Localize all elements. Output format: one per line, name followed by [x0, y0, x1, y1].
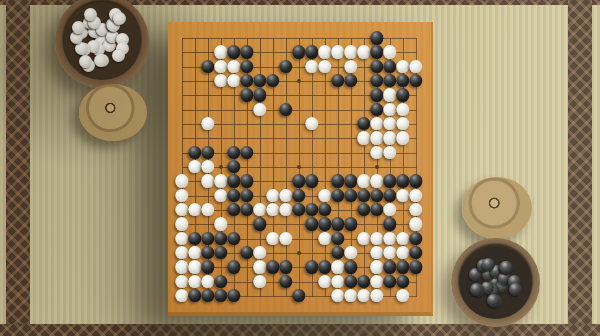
board-cell[interactable]	[344, 203, 357, 217]
board-cell[interactable]	[227, 31, 240, 45]
board-cell[interactable]	[305, 146, 318, 160]
board-cell[interactable]	[409, 246, 422, 260]
board-cell[interactable]	[201, 60, 214, 74]
board-cell[interactable]	[266, 289, 279, 303]
board-cell[interactable]	[305, 203, 318, 217]
board-cell[interactable]	[409, 74, 422, 88]
board-cell[interactable]	[331, 74, 344, 88]
board-cell[interactable]	[383, 188, 396, 202]
board-cell[interactable]	[175, 117, 188, 131]
board-cell[interactable]	[266, 188, 279, 202]
board-cell[interactable]	[175, 60, 188, 74]
board-cell[interactable]	[383, 45, 396, 59]
board-cell[interactable]	[188, 31, 201, 45]
board-cell[interactable]	[188, 45, 201, 59]
board-cell[interactable]	[201, 146, 214, 160]
board-cell[interactable]	[344, 289, 357, 303]
board-cell[interactable]	[279, 217, 292, 231]
board-cell[interactable]	[175, 131, 188, 145]
board-cell[interactable]	[318, 289, 331, 303]
board-cell[interactable]	[188, 60, 201, 74]
board-cell[interactable]	[188, 174, 201, 188]
board-cell[interactable]	[331, 231, 344, 245]
board-cell[interactable]	[253, 160, 266, 174]
board-cell[interactable]	[305, 31, 318, 45]
board-cell[interactable]	[305, 103, 318, 117]
board-cell[interactable]	[175, 31, 188, 45]
board-cell[interactable]	[214, 117, 227, 131]
board-cell[interactable]	[201, 103, 214, 117]
board-cell[interactable]	[227, 289, 240, 303]
board-cell[interactable]	[305, 231, 318, 245]
board-cell[interactable]	[175, 231, 188, 245]
board-cell[interactable]	[396, 160, 409, 174]
board-cell[interactable]	[188, 74, 201, 88]
board-cell[interactable]	[318, 203, 331, 217]
board-cell[interactable]	[175, 289, 188, 303]
board-cell[interactable]	[175, 188, 188, 202]
board-cell[interactable]	[175, 260, 188, 274]
board-cell[interactable]	[409, 274, 422, 288]
board-cell[interactable]	[305, 117, 318, 131]
board-cell[interactable]	[201, 260, 214, 274]
board-cell[interactable]	[279, 117, 292, 131]
board-cell[interactable]	[396, 74, 409, 88]
board-cell[interactable]	[318, 74, 331, 88]
board-cell[interactable]	[175, 74, 188, 88]
board-cell[interactable]	[227, 174, 240, 188]
board-cell[interactable]	[175, 174, 188, 188]
board-cell[interactable]	[253, 31, 266, 45]
board-cell[interactable]	[292, 246, 305, 260]
board-cell[interactable]	[279, 60, 292, 74]
board-cell[interactable]	[344, 131, 357, 145]
board-cell[interactable]	[396, 103, 409, 117]
board-cell[interactable]	[227, 160, 240, 174]
board-cell[interactable]	[266, 246, 279, 260]
board-cell[interactable]	[370, 45, 383, 59]
board-cell[interactable]	[409, 289, 422, 303]
board-cell[interactable]	[318, 117, 331, 131]
board-cell[interactable]	[396, 246, 409, 260]
board-cell[interactable]	[214, 260, 227, 274]
board-cell[interactable]	[188, 146, 201, 160]
board-cell[interactable]	[214, 45, 227, 59]
board-cell[interactable]	[175, 217, 188, 231]
board-cell[interactable]	[331, 103, 344, 117]
board-cell[interactable]	[292, 217, 305, 231]
board-cell[interactable]	[279, 146, 292, 160]
board-cell[interactable]	[188, 103, 201, 117]
board-cell[interactable]	[240, 203, 253, 217]
board-cell[interactable]	[240, 131, 253, 145]
board-cell[interactable]	[214, 289, 227, 303]
board-cell[interactable]	[357, 74, 370, 88]
board-cell[interactable]	[396, 88, 409, 102]
board-cell[interactable]	[370, 146, 383, 160]
board-cell[interactable]	[409, 117, 422, 131]
board-cell[interactable]	[214, 203, 227, 217]
board-cell[interactable]	[409, 45, 422, 59]
board-cell[interactable]	[240, 174, 253, 188]
board-cell[interactable]	[331, 274, 344, 288]
board-cell[interactable]	[201, 174, 214, 188]
board-cell[interactable]	[305, 74, 318, 88]
board-cell[interactable]	[292, 260, 305, 274]
board-cell[interactable]	[305, 217, 318, 231]
board-cell[interactable]	[201, 74, 214, 88]
board-cell[interactable]	[227, 103, 240, 117]
board-cell[interactable]	[188, 217, 201, 231]
board-cell[interactable]	[396, 31, 409, 45]
board-cell[interactable]	[188, 289, 201, 303]
board-cell[interactable]	[279, 203, 292, 217]
board-cell[interactable]	[201, 88, 214, 102]
board-cell[interactable]	[318, 146, 331, 160]
board-cell[interactable]	[409, 260, 422, 274]
board-cell[interactable]	[240, 117, 253, 131]
board-cell[interactable]	[318, 217, 331, 231]
board-cell[interactable]	[344, 246, 357, 260]
board-cell[interactable]	[279, 289, 292, 303]
board-cell[interactable]	[266, 103, 279, 117]
board-cell[interactable]	[344, 45, 357, 59]
board-cell[interactable]	[409, 203, 422, 217]
board-cell[interactable]	[344, 117, 357, 131]
board-cell[interactable]	[357, 289, 370, 303]
board-cell[interactable]	[279, 174, 292, 188]
board-cell[interactable]	[357, 246, 370, 260]
board-cell[interactable]	[331, 260, 344, 274]
board-cell[interactable]	[318, 31, 331, 45]
board-cell[interactable]	[357, 31, 370, 45]
board-cell[interactable]	[305, 60, 318, 74]
board-cell[interactable]	[357, 217, 370, 231]
board-cell[interactable]	[227, 45, 240, 59]
board-cell[interactable]	[383, 246, 396, 260]
board-cell[interactable]	[383, 217, 396, 231]
board-cell[interactable]	[227, 203, 240, 217]
board-cell[interactable]	[396, 217, 409, 231]
board-cell[interactable]	[253, 45, 266, 59]
board-cell[interactable]	[344, 231, 357, 245]
board-cell[interactable]	[240, 60, 253, 74]
board-cell[interactable]	[370, 203, 383, 217]
board-cell[interactable]	[344, 103, 357, 117]
board-cell[interactable]	[383, 260, 396, 274]
board-cell[interactable]	[266, 274, 279, 288]
board-cell[interactable]	[292, 231, 305, 245]
board-cell[interactable]	[409, 131, 422, 145]
board-cell[interactable]	[383, 131, 396, 145]
board-cell[interactable]	[201, 188, 214, 202]
board-cell[interactable]	[201, 217, 214, 231]
board-cell[interactable]	[266, 260, 279, 274]
board-cell[interactable]	[292, 103, 305, 117]
board-cell[interactable]	[383, 160, 396, 174]
board-cell[interactable]	[344, 60, 357, 74]
board-cell[interactable]	[318, 88, 331, 102]
board-cell[interactable]	[227, 146, 240, 160]
board-cell[interactable]	[201, 160, 214, 174]
board-cell[interactable]	[253, 74, 266, 88]
board-cell[interactable]	[383, 174, 396, 188]
board-cell[interactable]	[344, 74, 357, 88]
board-cell[interactable]	[227, 188, 240, 202]
board-cell[interactable]	[253, 88, 266, 102]
board-cell[interactable]	[331, 45, 344, 59]
board-cell[interactable]	[279, 188, 292, 202]
board-cell[interactable]	[279, 246, 292, 260]
board-cell[interactable]	[253, 103, 266, 117]
board-cell[interactable]	[240, 31, 253, 45]
board-cell[interactable]	[240, 88, 253, 102]
board-cell[interactable]	[292, 45, 305, 59]
board-cell[interactable]	[279, 231, 292, 245]
board-cell[interactable]	[292, 31, 305, 45]
board-cell[interactable]	[396, 131, 409, 145]
board-cell[interactable]	[318, 246, 331, 260]
board-cell[interactable]	[292, 117, 305, 131]
board-cell[interactable]	[344, 188, 357, 202]
board-cell[interactable]	[370, 260, 383, 274]
board-cell[interactable]	[214, 131, 227, 145]
board-cell[interactable]	[331, 246, 344, 260]
board-cell[interactable]	[175, 88, 188, 102]
board-cell[interactable]	[240, 260, 253, 274]
board-cell[interactable]	[370, 231, 383, 245]
board-cell[interactable]	[370, 117, 383, 131]
board-cell[interactable]	[357, 160, 370, 174]
board-cell[interactable]	[357, 231, 370, 245]
board-cell[interactable]	[201, 117, 214, 131]
board-cell[interactable]	[305, 160, 318, 174]
board-cell[interactable]	[240, 146, 253, 160]
board-cell[interactable]	[175, 274, 188, 288]
board-cell[interactable]	[253, 289, 266, 303]
board-cell[interactable]	[409, 188, 422, 202]
board-cell[interactable]	[188, 188, 201, 202]
board-cell[interactable]	[409, 88, 422, 102]
board-cell[interactable]	[266, 146, 279, 160]
board-cell[interactable]	[331, 131, 344, 145]
board-cell[interactable]	[240, 289, 253, 303]
board-cell[interactable]	[383, 88, 396, 102]
board-cell[interactable]	[227, 88, 240, 102]
board-cell[interactable]	[175, 103, 188, 117]
board-cell[interactable]	[370, 274, 383, 288]
board-cell[interactable]	[266, 88, 279, 102]
board-cell[interactable]	[279, 103, 292, 117]
board-cell[interactable]	[370, 246, 383, 260]
board-cell[interactable]	[357, 117, 370, 131]
board-cell[interactable]	[344, 146, 357, 160]
board-cell[interactable]	[409, 160, 422, 174]
board-cell[interactable]	[279, 131, 292, 145]
board-cell[interactable]	[383, 203, 396, 217]
board-cell[interactable]	[201, 131, 214, 145]
board-cell[interactable]	[227, 260, 240, 274]
board-cell[interactable]	[331, 160, 344, 174]
board-cell[interactable]	[331, 31, 344, 45]
board-cell[interactable]	[344, 274, 357, 288]
board-cell[interactable]	[227, 274, 240, 288]
board-cell[interactable]	[409, 31, 422, 45]
board-cell[interactable]	[266, 45, 279, 59]
board-cell[interactable]	[370, 289, 383, 303]
board-cell[interactable]	[305, 188, 318, 202]
board-cell[interactable]	[331, 203, 344, 217]
board-cell[interactable]	[292, 131, 305, 145]
board-cell[interactable]	[305, 260, 318, 274]
board-cell[interactable]	[357, 103, 370, 117]
board-cell[interactable]	[292, 146, 305, 160]
board-cell[interactable]	[305, 131, 318, 145]
board-cell[interactable]	[188, 246, 201, 260]
board-cell[interactable]	[409, 103, 422, 117]
board-cell[interactable]	[331, 146, 344, 160]
board-cell[interactable]	[396, 60, 409, 74]
board-cell[interactable]	[396, 289, 409, 303]
board-cell[interactable]	[357, 174, 370, 188]
board-cell[interactable]	[240, 246, 253, 260]
board-cell[interactable]	[318, 131, 331, 145]
board-cell[interactable]	[318, 174, 331, 188]
board-cell[interactable]	[175, 203, 188, 217]
board-cell[interactable]	[214, 88, 227, 102]
board-cell[interactable]	[331, 188, 344, 202]
board-cell[interactable]	[266, 117, 279, 131]
board-cell[interactable]	[344, 217, 357, 231]
board-cell[interactable]	[279, 260, 292, 274]
board-cell[interactable]	[227, 74, 240, 88]
board-cell[interactable]	[409, 60, 422, 74]
board-cell[interactable]	[214, 188, 227, 202]
board-cell[interactable]	[266, 203, 279, 217]
board-cell[interactable]	[370, 160, 383, 174]
board-cell[interactable]	[331, 174, 344, 188]
board-cell[interactable]	[292, 174, 305, 188]
board-cell[interactable]	[253, 146, 266, 160]
board-cell[interactable]	[253, 203, 266, 217]
board-cell[interactable]	[357, 60, 370, 74]
board-cell[interactable]	[383, 146, 396, 160]
board-cell[interactable]	[331, 289, 344, 303]
board-cell[interactable]	[227, 217, 240, 231]
board-cell[interactable]	[279, 88, 292, 102]
board-cell[interactable]	[370, 174, 383, 188]
board-cell[interactable]	[188, 117, 201, 131]
board-cell[interactable]	[201, 45, 214, 59]
board-cell[interactable]	[253, 60, 266, 74]
board-cell[interactable]	[331, 217, 344, 231]
board-cell[interactable]	[279, 160, 292, 174]
board-cell[interactable]	[201, 246, 214, 260]
board-cell[interactable]	[292, 60, 305, 74]
board-cell[interactable]	[240, 231, 253, 245]
board-cell[interactable]	[266, 231, 279, 245]
board-cell[interactable]	[318, 103, 331, 117]
board-cell[interactable]	[370, 131, 383, 145]
board-cell[interactable]	[396, 231, 409, 245]
board-cell[interactable]	[357, 260, 370, 274]
board-cell[interactable]	[357, 188, 370, 202]
board-cell[interactable]	[227, 231, 240, 245]
board-cell[interactable]	[383, 60, 396, 74]
board-cell[interactable]	[279, 31, 292, 45]
board-cell[interactable]	[214, 60, 227, 74]
board-cell[interactable]	[292, 88, 305, 102]
board-cell[interactable]	[214, 246, 227, 260]
board-cell[interactable]	[227, 60, 240, 74]
board-cell[interactable]	[305, 174, 318, 188]
board-cell[interactable]	[214, 103, 227, 117]
board-cell[interactable]	[370, 103, 383, 117]
board-cell[interactable]	[266, 131, 279, 145]
board-cell[interactable]	[305, 289, 318, 303]
board-cell[interactable]	[240, 217, 253, 231]
board-cell[interactable]	[188, 160, 201, 174]
board-cell[interactable]	[214, 174, 227, 188]
board-cell[interactable]	[370, 88, 383, 102]
board-cell[interactable]	[396, 274, 409, 288]
board-cell[interactable]	[409, 217, 422, 231]
board-cell[interactable]	[201, 203, 214, 217]
board-cell[interactable]	[344, 88, 357, 102]
board-cell[interactable]	[266, 60, 279, 74]
board-cell[interactable]	[279, 45, 292, 59]
board-cell[interactable]	[357, 274, 370, 288]
board-cell[interactable]	[253, 117, 266, 131]
board-cell[interactable]	[253, 188, 266, 202]
board-cell[interactable]	[266, 217, 279, 231]
board-cell[interactable]	[188, 203, 201, 217]
board-cell[interactable]	[370, 74, 383, 88]
board-cell[interactable]	[266, 74, 279, 88]
board-cell[interactable]	[305, 274, 318, 288]
board-cell[interactable]	[292, 274, 305, 288]
board-cell[interactable]	[331, 88, 344, 102]
board-cell[interactable]	[383, 231, 396, 245]
board-cell[interactable]	[227, 117, 240, 131]
board-cell[interactable]	[279, 274, 292, 288]
board-cell[interactable]	[318, 60, 331, 74]
board-cell[interactable]	[409, 174, 422, 188]
board-cell[interactable]	[357, 45, 370, 59]
board-cell[interactable]	[305, 246, 318, 260]
board-cell[interactable]	[253, 174, 266, 188]
board-cell[interactable]	[214, 274, 227, 288]
board-cell[interactable]	[357, 131, 370, 145]
board-cell[interactable]	[214, 231, 227, 245]
board-cell[interactable]	[305, 45, 318, 59]
board-cell[interactable]	[240, 103, 253, 117]
board-cell[interactable]	[396, 203, 409, 217]
board-cell[interactable]	[292, 203, 305, 217]
board-cell[interactable]	[279, 74, 292, 88]
board-cell[interactable]	[201, 274, 214, 288]
board-cell[interactable]	[357, 146, 370, 160]
board-cell[interactable]	[188, 274, 201, 288]
board-cell[interactable]	[214, 146, 227, 160]
board-cell[interactable]	[214, 217, 227, 231]
board-cell[interactable]	[318, 188, 331, 202]
board-cell[interactable]	[266, 174, 279, 188]
board-cell[interactable]	[253, 246, 266, 260]
board-cell[interactable]	[396, 45, 409, 59]
board-cell[interactable]	[214, 160, 227, 174]
board-cell[interactable]	[227, 131, 240, 145]
